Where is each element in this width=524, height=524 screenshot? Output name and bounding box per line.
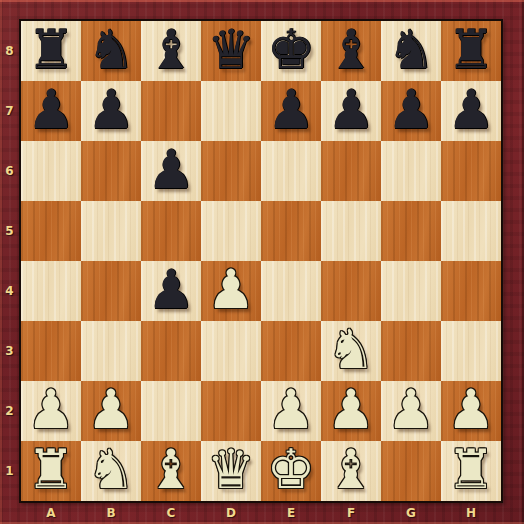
square-d6[interactable] xyxy=(201,141,261,201)
rank-label-4: 4 xyxy=(0,261,19,321)
piece-white-rook-h1[interactable]: ♜ xyxy=(447,440,495,500)
square-h1[interactable]: ♜ xyxy=(441,441,501,501)
square-e5[interactable] xyxy=(261,201,321,261)
square-g1[interactable] xyxy=(381,441,441,501)
square-a1[interactable]: ♜ xyxy=(21,441,81,501)
square-h6[interactable] xyxy=(441,141,501,201)
piece-black-pawn-h7[interactable]: ♟ xyxy=(447,80,495,140)
square-g4[interactable] xyxy=(381,261,441,321)
square-h3[interactable] xyxy=(441,321,501,381)
square-c2[interactable] xyxy=(141,381,201,441)
square-f4[interactable] xyxy=(321,261,381,321)
file-label-g: G xyxy=(381,501,441,524)
rank-label-2: 2 xyxy=(0,381,19,441)
square-a6[interactable] xyxy=(21,141,81,201)
rank-label-8: 8 xyxy=(0,21,19,81)
square-c3[interactable] xyxy=(141,321,201,381)
file-label-a: A xyxy=(21,501,81,524)
piece-black-king-e8[interactable]: ♚ xyxy=(267,20,315,80)
square-e8[interactable]: ♚ xyxy=(261,21,321,81)
square-a2[interactable]: ♟ xyxy=(21,381,81,441)
rank-labels: 87654321 xyxy=(0,21,19,501)
square-b8[interactable]: ♞ xyxy=(81,21,141,81)
piece-white-pawn-h2[interactable]: ♟ xyxy=(447,380,495,440)
square-g5[interactable] xyxy=(381,201,441,261)
square-a4[interactable] xyxy=(21,261,81,321)
square-b1[interactable]: ♞ xyxy=(81,441,141,501)
square-h8[interactable]: ♜ xyxy=(441,21,501,81)
square-g3[interactable] xyxy=(381,321,441,381)
piece-black-pawn-c4[interactable]: ♟ xyxy=(147,260,195,320)
square-e1[interactable]: ♚ xyxy=(261,441,321,501)
piece-white-pawn-f2[interactable]: ♟ xyxy=(327,380,375,440)
square-f6[interactable] xyxy=(321,141,381,201)
piece-white-pawn-e2[interactable]: ♟ xyxy=(267,380,315,440)
square-g8[interactable]: ♞ xyxy=(381,21,441,81)
piece-black-pawn-b7[interactable]: ♟ xyxy=(87,80,135,140)
piece-white-knight-b1[interactable]: ♞ xyxy=(87,440,135,500)
piece-black-pawn-e7[interactable]: ♟ xyxy=(267,80,315,140)
square-c4[interactable]: ♟ xyxy=(141,261,201,321)
piece-black-rook-a8[interactable]: ♜ xyxy=(27,20,75,80)
rank-label-3: 3 xyxy=(0,321,19,381)
piece-black-pawn-g7[interactable]: ♟ xyxy=(387,80,435,140)
square-h4[interactable] xyxy=(441,261,501,321)
file-label-b: B xyxy=(81,501,141,524)
piece-black-queen-d8[interactable]: ♛ xyxy=(207,20,255,80)
square-e6[interactable] xyxy=(261,141,321,201)
square-d2[interactable] xyxy=(201,381,261,441)
square-b4[interactable] xyxy=(81,261,141,321)
file-label-e: E xyxy=(261,501,321,524)
piece-white-pawn-a2[interactable]: ♟ xyxy=(27,380,75,440)
square-c7[interactable] xyxy=(141,81,201,141)
piece-white-pawn-d4[interactable]: ♟ xyxy=(207,260,255,320)
square-b3[interactable] xyxy=(81,321,141,381)
file-label-h: H xyxy=(441,501,501,524)
file-label-f: F xyxy=(321,501,381,524)
square-b5[interactable] xyxy=(81,201,141,261)
file-labels: ABCDEFGH xyxy=(21,501,501,524)
file-label-c: C xyxy=(141,501,201,524)
rank-label-1: 1 xyxy=(0,441,19,501)
square-e3[interactable] xyxy=(261,321,321,381)
rank-label-6: 6 xyxy=(0,141,19,201)
square-f3[interactable]: ♞ xyxy=(321,321,381,381)
square-a8[interactable]: ♜ xyxy=(21,21,81,81)
board-frame: 87654321 ABCDEFGH ♜♞♝♛♚♝♞♜♟♟♟♟♟♟♟♟♟♞♟♟♟♟… xyxy=(0,0,524,524)
square-e4[interactable] xyxy=(261,261,321,321)
square-f1[interactable]: ♝ xyxy=(321,441,381,501)
piece-black-knight-g8[interactable]: ♞ xyxy=(387,20,435,80)
piece-white-pawn-b2[interactable]: ♟ xyxy=(87,380,135,440)
piece-black-bishop-c8[interactable]: ♝ xyxy=(147,20,195,80)
rank-label-5: 5 xyxy=(0,201,19,261)
square-e7[interactable]: ♟ xyxy=(261,81,321,141)
square-e2[interactable]: ♟ xyxy=(261,381,321,441)
square-a5[interactable] xyxy=(21,201,81,261)
square-d4[interactable]: ♟ xyxy=(201,261,261,321)
rank-label-7: 7 xyxy=(0,81,19,141)
square-f8[interactable]: ♝ xyxy=(321,21,381,81)
piece-white-king-e1[interactable]: ♚ xyxy=(267,440,315,500)
square-g2[interactable]: ♟ xyxy=(381,381,441,441)
square-f7[interactable]: ♟ xyxy=(321,81,381,141)
square-d3[interactable] xyxy=(201,321,261,381)
piece-black-rook-h8[interactable]: ♜ xyxy=(447,20,495,80)
piece-white-queen-d1[interactable]: ♛ xyxy=(207,440,255,500)
square-b6[interactable] xyxy=(81,141,141,201)
square-b7[interactable]: ♟ xyxy=(81,81,141,141)
piece-black-bishop-f8[interactable]: ♝ xyxy=(327,20,375,80)
square-d8[interactable]: ♛ xyxy=(201,21,261,81)
square-g7[interactable]: ♟ xyxy=(381,81,441,141)
square-c1[interactable]: ♝ xyxy=(141,441,201,501)
piece-black-knight-b8[interactable]: ♞ xyxy=(87,20,135,80)
piece-black-pawn-c6[interactable]: ♟ xyxy=(147,140,195,200)
square-h7[interactable]: ♟ xyxy=(441,81,501,141)
square-d1[interactable]: ♛ xyxy=(201,441,261,501)
piece-white-bishop-c1[interactable]: ♝ xyxy=(147,440,195,500)
square-d7[interactable] xyxy=(201,81,261,141)
square-f5[interactable] xyxy=(321,201,381,261)
file-label-d: D xyxy=(201,501,261,524)
piece-black-pawn-f7[interactable]: ♟ xyxy=(327,80,375,140)
piece-white-knight-f3[interactable]: ♞ xyxy=(327,320,375,380)
chess-board: ♜♞♝♛♚♝♞♜♟♟♟♟♟♟♟♟♟♞♟♟♟♟♟♟♜♞♝♛♚♝♜ xyxy=(19,19,503,503)
piece-white-rook-a1[interactable]: ♜ xyxy=(27,440,75,500)
square-c6[interactable]: ♟ xyxy=(141,141,201,201)
square-a3[interactable] xyxy=(21,321,81,381)
piece-black-pawn-a7[interactable]: ♟ xyxy=(27,80,75,140)
square-c5[interactable] xyxy=(141,201,201,261)
square-d5[interactable] xyxy=(201,201,261,261)
square-c8[interactable]: ♝ xyxy=(141,21,201,81)
piece-white-pawn-g2[interactable]: ♟ xyxy=(387,380,435,440)
square-a7[interactable]: ♟ xyxy=(21,81,81,141)
square-g6[interactable] xyxy=(381,141,441,201)
square-f2[interactable]: ♟ xyxy=(321,381,381,441)
square-b2[interactable]: ♟ xyxy=(81,381,141,441)
square-h5[interactable] xyxy=(441,201,501,261)
square-h2[interactable]: ♟ xyxy=(441,381,501,441)
piece-white-bishop-f1[interactable]: ♝ xyxy=(327,440,375,500)
